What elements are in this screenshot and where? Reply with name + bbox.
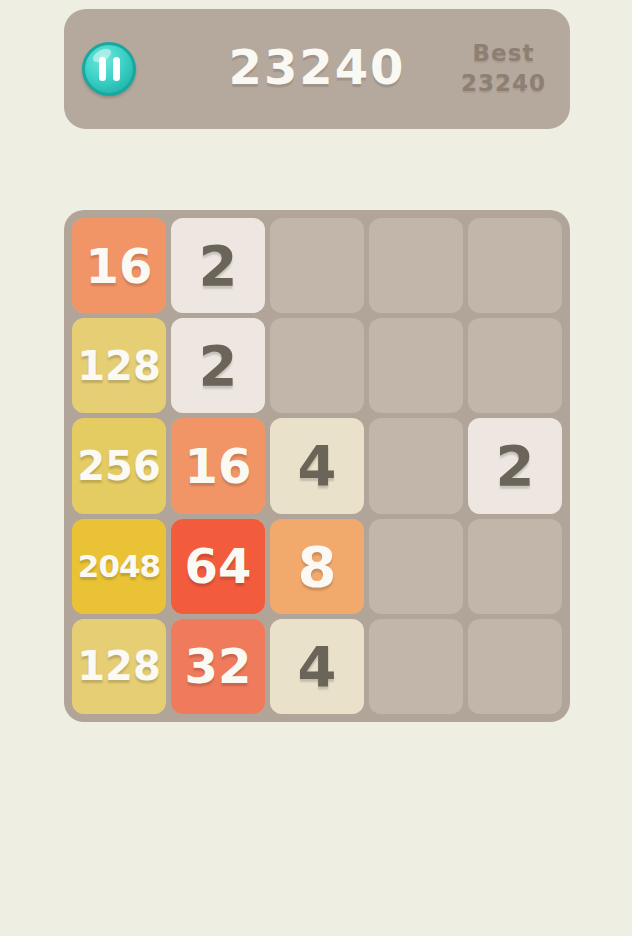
cell-r5c2: 32 <box>171 619 265 714</box>
pause-bar-right <box>113 57 120 81</box>
cell-r3c3: 4 <box>270 418 364 513</box>
cell-r2c4 <box>369 318 463 413</box>
cell-r4c2: 64 <box>171 519 265 614</box>
cell-r5c1: 128 <box>72 619 166 714</box>
tile-32: 32 <box>171 619 265 714</box>
cell-r2c3 <box>270 318 364 413</box>
tile-2048: 2048 <box>72 519 166 614</box>
cell-r3c2: 16 <box>171 418 265 513</box>
best-score-block: Best 23240 <box>461 39 546 99</box>
cell-r3c1: 256 <box>72 418 166 513</box>
pause-bar-left <box>99 57 106 81</box>
cell-r4c1: 2048 <box>72 519 166 614</box>
cell-r1c4 <box>369 218 463 313</box>
tile-8: 8 <box>270 519 364 614</box>
cell-r4c3: 8 <box>270 519 364 614</box>
game-board[interactable]: 162128225616422048648128324 <box>64 210 570 722</box>
tile-256: 256 <box>72 418 166 513</box>
tile-16: 16 <box>72 218 166 313</box>
tile-128: 128 <box>72 318 166 413</box>
cell-r3c5: 2 <box>468 418 562 513</box>
cell-r1c3 <box>270 218 364 313</box>
score-bar: 23240 Best 23240 <box>64 9 570 129</box>
cell-r1c1: 16 <box>72 218 166 313</box>
tile-2: 2 <box>171 318 265 413</box>
cell-r4c5 <box>468 519 562 614</box>
tile-4: 4 <box>270 619 364 714</box>
best-score-value: 23240 <box>461 69 546 99</box>
cell-r5c5 <box>468 619 562 714</box>
tile-64: 64 <box>171 519 265 614</box>
tile-4: 4 <box>270 418 364 513</box>
tile-16: 16 <box>171 418 265 513</box>
cell-r2c1: 128 <box>72 318 166 413</box>
cell-r2c5 <box>468 318 562 413</box>
tile-2: 2 <box>468 418 562 513</box>
cell-r1c5 <box>468 218 562 313</box>
cell-r1c2: 2 <box>171 218 265 313</box>
tile-128: 128 <box>72 619 166 714</box>
best-label: Best <box>461 39 546 69</box>
cell-r5c4 <box>369 619 463 714</box>
tile-2: 2 <box>171 218 265 313</box>
cell-r2c2: 2 <box>171 318 265 413</box>
cell-r3c4 <box>369 418 463 513</box>
cell-r4c4 <box>369 519 463 614</box>
game-screen: 23240 Best 23240 16212822561642204864812… <box>0 0 632 936</box>
cell-r5c3: 4 <box>270 619 364 714</box>
